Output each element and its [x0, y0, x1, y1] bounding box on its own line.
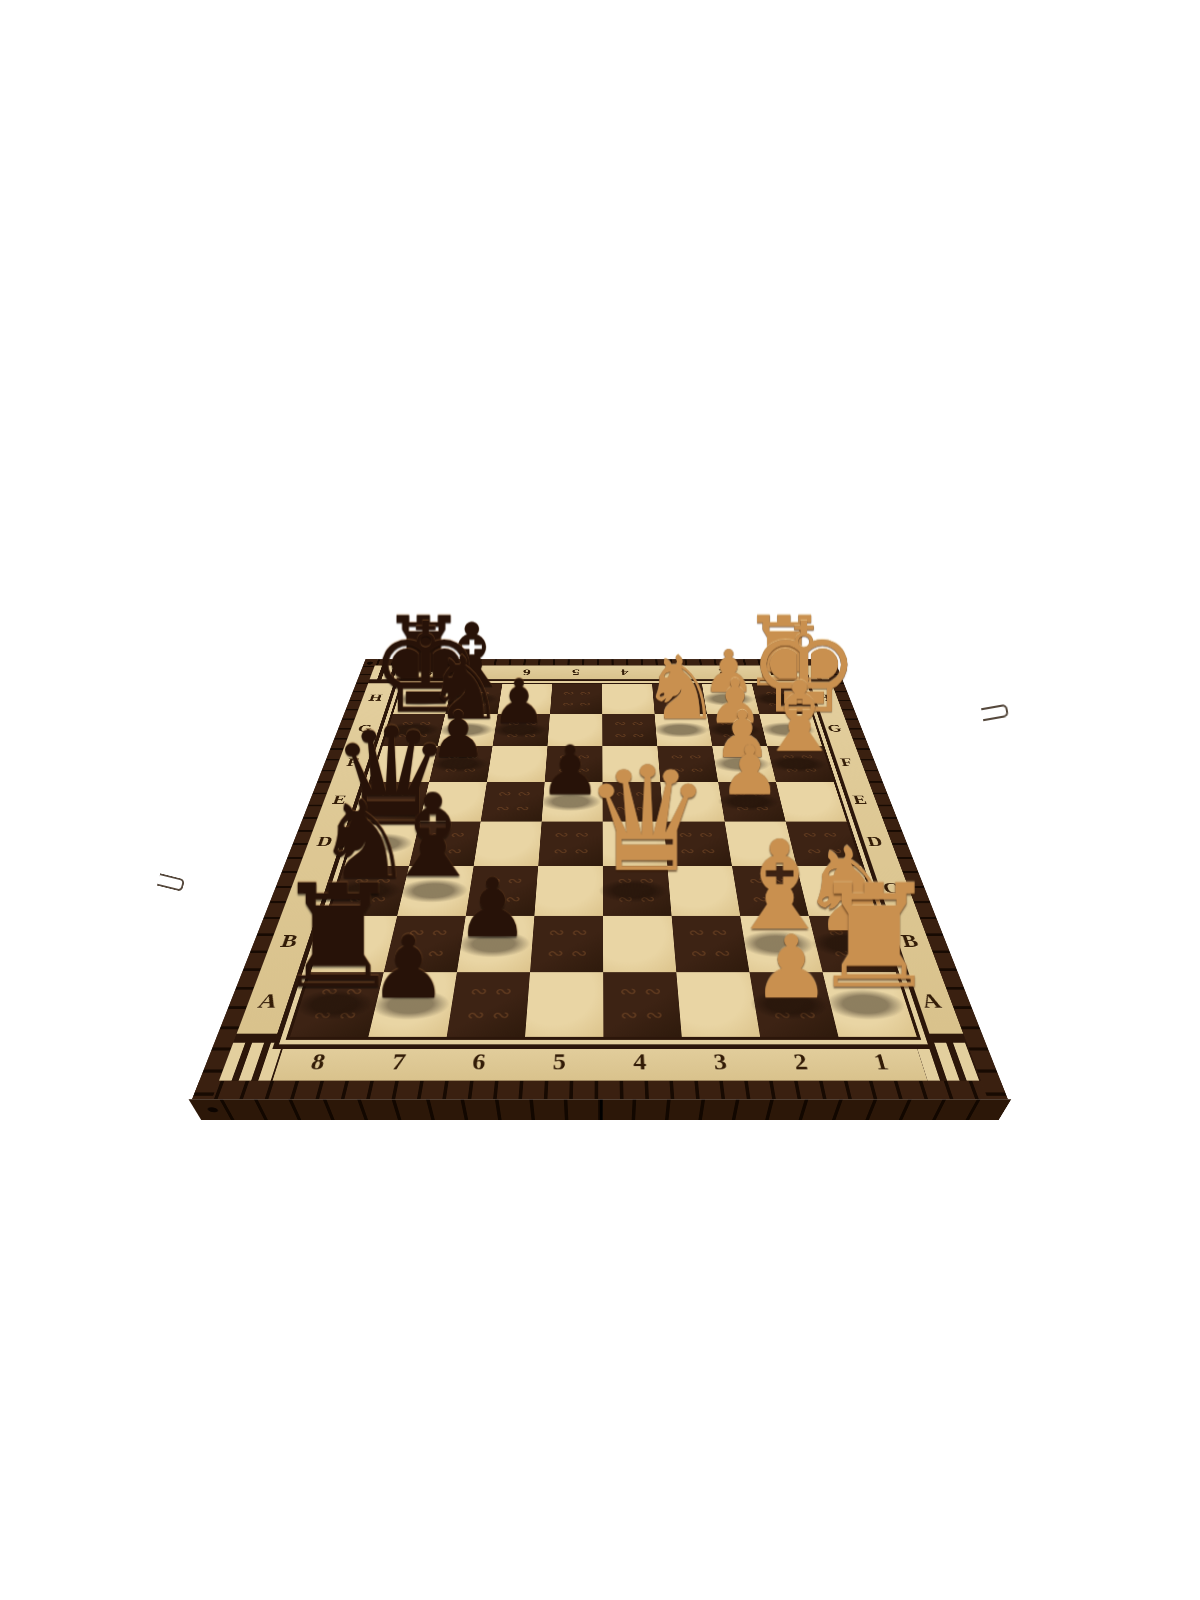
- board-rim-front: [192, 1081, 1008, 1099]
- rank-label: 3: [679, 1043, 764, 1081]
- piece-white-queen[interactable]: ♛: [582, 754, 684, 899]
- rank-label: 7: [354, 1043, 442, 1081]
- board-front-face: [189, 1099, 1012, 1120]
- board-square[interactable]: [493, 714, 550, 746]
- rank-label: 6: [436, 1043, 521, 1081]
- board-square[interactable]: [752, 684, 812, 713]
- board-square[interactable]: [550, 684, 602, 713]
- product-photo: 87654321 87654321 HGFEDCBA HGFEDCBA ♜♚♛♞…: [0, 0, 1200, 1600]
- rank-label: 4: [600, 665, 650, 679]
- rank-label: 2: [758, 1043, 846, 1081]
- board-square[interactable]: [498, 684, 553, 713]
- board-square[interactable]: [702, 684, 759, 713]
- rank-label: 6: [501, 665, 552, 679]
- board-square[interactable]: [759, 714, 822, 746]
- clasp-hook-left: [157, 873, 185, 892]
- board-square[interactable]: [445, 684, 502, 713]
- rank-label: 2: [697, 665, 749, 679]
- piece-white-rook[interactable]: ♜: [810, 872, 927, 1015]
- rank-label: 5: [518, 1043, 600, 1081]
- board-square[interactable]: [707, 714, 767, 746]
- rank-label: 5: [550, 665, 600, 679]
- board-square[interactable]: [603, 916, 676, 972]
- rank-label: 1: [837, 1043, 928, 1081]
- rank-label: 3: [648, 665, 699, 679]
- rank-label: 4: [600, 1043, 682, 1081]
- board-square[interactable]: [603, 972, 682, 1037]
- chess-board[interactable]: 87654321 87654321 HGFEDCBA HGFEDCBA ♜♚♛♞…: [192, 659, 1008, 1099]
- scene-scaler: 87654321 87654321 HGFEDCBA HGFEDCBA ♜♚♛♞…: [195, 260, 1005, 1340]
- rank-label: 7: [451, 665, 503, 679]
- piece-black-pawn[interactable]: ♟: [350, 927, 467, 1014]
- board-square[interactable]: [525, 972, 603, 1037]
- front-rank-labels: 87654321: [272, 1043, 927, 1081]
- board-square[interactable]: [481, 782, 545, 822]
- board-square[interactable]: [487, 746, 548, 782]
- rank-label: 8: [402, 665, 455, 679]
- folding-seam: [600, 1099, 603, 1120]
- back-rank-labels: 87654321: [402, 665, 798, 679]
- board-square[interactable]: [767, 746, 834, 782]
- rank-label: 1: [745, 665, 798, 679]
- board-square[interactable]: [712, 746, 776, 782]
- rank-label: 8: [272, 1043, 363, 1081]
- board-square[interactable]: [652, 684, 707, 713]
- board-square[interactable]: [602, 684, 654, 713]
